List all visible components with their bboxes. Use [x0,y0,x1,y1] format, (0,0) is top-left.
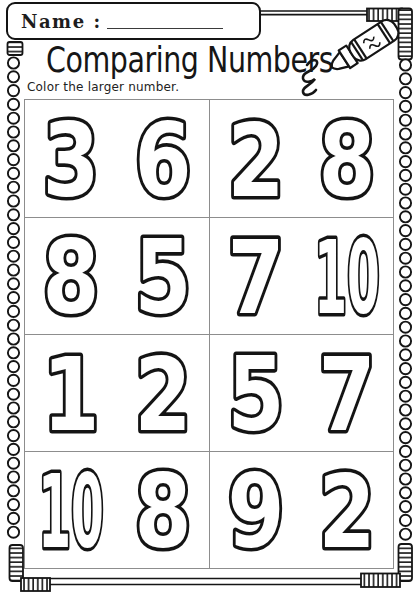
bubble-number[interactable]: 6 [118,103,208,215]
frame-bottom-line [49,579,363,585]
svg-text:2: 2 [134,337,191,449]
svg-text:5: 5 [227,337,284,449]
bubble-number[interactable]: 3 [26,103,116,215]
comparison-cell: 2 8 [209,100,393,217]
bubble-number[interactable]: 1 [26,337,116,449]
loop-border-left [8,57,19,537]
comparison-cell: 7 10 [209,217,393,334]
svg-text:7: 7 [227,220,284,332]
comparison-cell: 9 2 [209,451,393,568]
name-field[interactable] [107,13,223,29]
bubble-number[interactable]: 8 [302,103,392,215]
svg-text:6: 6 [134,103,191,215]
bubble-number[interactable]: 10 [26,454,116,566]
bubble-number[interactable]: 10 [302,220,392,332]
svg-text:3: 3 [42,103,99,215]
bubble-number[interactable]: 7 [211,220,301,332]
instruction-text: Color the larger number. [27,80,179,94]
bubble-number[interactable]: 5 [211,337,301,449]
page-title: Comparing Numbers [46,40,333,80]
comparison-grid: 3 6 2 8 8 5 7 [24,99,394,569]
comparison-cell: 1 2 [25,334,209,451]
comparison-cell: 8 5 [25,217,209,334]
comparison-cell: 3 6 [25,100,209,217]
svg-text:5: 5 [134,220,191,332]
svg-text:8: 8 [319,103,376,215]
svg-text:2: 2 [319,454,376,566]
svg-text:10: 10 [38,454,104,566]
name-box: Name : [6,2,261,40]
bubble-number[interactable]: 2 [302,454,392,566]
bubble-number[interactable]: 2 [211,103,301,215]
svg-text:8: 8 [134,454,191,566]
svg-text:1: 1 [42,337,99,449]
bubble-number[interactable]: 9 [211,454,301,566]
bubble-number[interactable]: 5 [118,220,208,332]
crayon-icon [326,16,402,77]
svg-text:2: 2 [227,103,284,215]
worksheet-page: Name : Comparing Numbers Color the large… [0,0,419,600]
comparison-cell: 10 8 [25,451,209,568]
comparison-cell: 5 7 [209,334,393,451]
name-label: Name : [21,11,102,32]
bubble-number[interactable]: 7 [302,337,392,449]
corner-ribbon-top-left [8,42,23,55]
bubble-number[interactable]: 2 [118,337,208,449]
svg-text:10: 10 [314,220,380,332]
svg-text:8: 8 [42,220,99,332]
svg-text:7: 7 [319,337,376,449]
bubble-number[interactable]: 8 [26,220,116,332]
svg-text:9: 9 [227,454,284,566]
loop-border-right [400,59,411,539]
bubble-number[interactable]: 8 [118,454,208,566]
